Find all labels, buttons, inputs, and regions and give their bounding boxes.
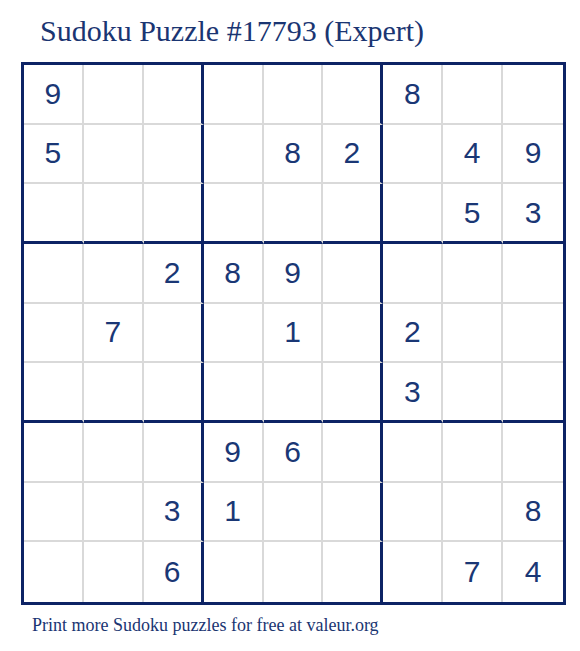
grid-cell-r4c4: 8 <box>204 244 264 304</box>
grid-cell-r6c6 <box>323 363 383 423</box>
grid-cell-r1c8 <box>443 65 503 125</box>
grid-cell-r6c8 <box>443 363 503 423</box>
grid-cell-r5c9 <box>503 304 563 364</box>
grid-cell-r4c1 <box>24 244 84 304</box>
grid-cell-r5c5: 1 <box>264 304 324 364</box>
grid-cell-r2c7 <box>383 125 443 185</box>
grid-cell-r1c2 <box>84 65 144 125</box>
grid-cell-r4c3: 2 <box>144 244 204 304</box>
grid-cell-r3c9: 3 <box>503 184 563 244</box>
grid-cell-r8c6 <box>323 483 383 543</box>
grid-cell-r2c4 <box>204 125 264 185</box>
grid-cell-r9c6 <box>323 542 383 602</box>
grid-cell-r7c7 <box>383 423 443 483</box>
grid-cell-r5c7: 2 <box>383 304 443 364</box>
grid-cell-r8c4: 1 <box>204 483 264 543</box>
grid-cell-r9c8: 7 <box>443 542 503 602</box>
grid-cell-r2c5: 8 <box>264 125 324 185</box>
grid-cell-r2c3 <box>144 125 204 185</box>
grid-cell-r7c8 <box>443 423 503 483</box>
grid-cell-r6c5 <box>264 363 324 423</box>
sudoku-grid: 985824953289712396318674 <box>21 62 566 605</box>
grid-cell-r8c5 <box>264 483 324 543</box>
grid-cell-r1c1: 9 <box>24 65 84 125</box>
grid-cell-r5c4 <box>204 304 264 364</box>
grid-cell-r7c5: 6 <box>264 423 324 483</box>
grid-cell-r7c2 <box>84 423 144 483</box>
grid-cell-r9c9: 4 <box>503 542 563 602</box>
grid-cell-r2c9: 9 <box>503 125 563 185</box>
grid-cell-r3c4 <box>204 184 264 244</box>
grid-cell-r8c7 <box>383 483 443 543</box>
grid-cell-r4c9 <box>503 244 563 304</box>
grid-cell-r3c6 <box>323 184 383 244</box>
grid-cell-r3c1 <box>24 184 84 244</box>
grid-cell-r7c3 <box>144 423 204 483</box>
grid-cell-r9c5 <box>264 542 324 602</box>
grid-cell-r3c3 <box>144 184 204 244</box>
grid-cell-r6c7: 3 <box>383 363 443 423</box>
grid-cell-r8c8 <box>443 483 503 543</box>
grid-cell-r7c6 <box>323 423 383 483</box>
grid-cell-r6c2 <box>84 363 144 423</box>
grid-cell-r2c1: 5 <box>24 125 84 185</box>
grid-cell-r4c7 <box>383 244 443 304</box>
grid-cell-r5c2: 7 <box>84 304 144 364</box>
grid-cell-r3c5 <box>264 184 324 244</box>
grid-cell-r6c3 <box>144 363 204 423</box>
grid-cell-r6c4 <box>204 363 264 423</box>
grid-cell-r1c4 <box>204 65 264 125</box>
grid-cell-r1c5 <box>264 65 324 125</box>
grid-cell-r6c9 <box>503 363 563 423</box>
grid-cell-r9c4 <box>204 542 264 602</box>
grid-cell-r4c5: 9 <box>264 244 324 304</box>
grid-cell-r7c4: 9 <box>204 423 264 483</box>
sudoku-page: Sudoku Puzzle #17793 (Expert) 9858249532… <box>0 0 580 651</box>
grid-cell-r2c8: 4 <box>443 125 503 185</box>
grid-cell-r9c2 <box>84 542 144 602</box>
grid-cell-r8c2 <box>84 483 144 543</box>
grid-cell-r8c1 <box>24 483 84 543</box>
grid-cell-r9c1 <box>24 542 84 602</box>
grid-cell-r5c8 <box>443 304 503 364</box>
grid-cell-r2c6: 2 <box>323 125 383 185</box>
grid-cell-r9c7 <box>383 542 443 602</box>
grid-cell-r4c8 <box>443 244 503 304</box>
grid-cell-r3c7 <box>383 184 443 244</box>
footer-text: Print more Sudoku puzzles for free at va… <box>32 615 379 636</box>
grid-cell-r1c9 <box>503 65 563 125</box>
grid-cell-r2c2 <box>84 125 144 185</box>
grid-cell-r4c2 <box>84 244 144 304</box>
grid-cell-r8c9: 8 <box>503 483 563 543</box>
grid-cell-r1c3 <box>144 65 204 125</box>
grid-cell-r3c2 <box>84 184 144 244</box>
grid-cell-r6c1 <box>24 363 84 423</box>
grid-cell-r3c8: 5 <box>443 184 503 244</box>
grid-cell-r8c3: 3 <box>144 483 204 543</box>
grid-cell-r5c3 <box>144 304 204 364</box>
grid-cell-r1c6 <box>323 65 383 125</box>
grid-cell-r7c1 <box>24 423 84 483</box>
grid-cell-r7c9 <box>503 423 563 483</box>
page-title: Sudoku Puzzle #17793 (Expert) <box>40 14 424 48</box>
grid-cell-r5c1 <box>24 304 84 364</box>
grid-cell-r9c3: 6 <box>144 542 204 602</box>
grid-cell-r5c6 <box>323 304 383 364</box>
grid-cell-r4c6 <box>323 244 383 304</box>
grid-cell-r1c7: 8 <box>383 65 443 125</box>
